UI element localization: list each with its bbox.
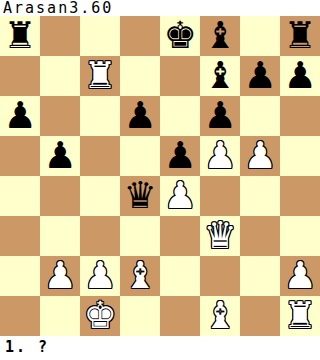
square-a2[interactable]	[0, 256, 40, 296]
square-h3[interactable]	[280, 216, 320, 256]
black-pawn-piece[interactable]: ♟	[43, 136, 76, 176]
move-prompt: 1. ?	[0, 336, 320, 360]
window-title: Arasan3.60	[0, 0, 320, 16]
white-pawn-piece[interactable]: ♟	[203, 136, 236, 176]
square-a4[interactable]	[0, 176, 40, 216]
square-f6[interactable]: ♟	[200, 96, 240, 136]
square-d3[interactable]	[120, 216, 160, 256]
square-c4[interactable]	[80, 176, 120, 216]
black-pawn-piece[interactable]: ♟	[163, 136, 196, 176]
square-h8[interactable]: ♜	[280, 16, 320, 56]
white-rook-piece[interactable]: ♜	[83, 56, 116, 96]
square-f5[interactable]: ♟	[200, 136, 240, 176]
square-a7[interactable]	[0, 56, 40, 96]
square-h4[interactable]	[280, 176, 320, 216]
square-d7[interactable]	[120, 56, 160, 96]
white-bishop-piece[interactable]: ♝	[203, 296, 236, 336]
black-pawn-piece[interactable]: ♟	[243, 56, 276, 96]
square-a8[interactable]: ♜	[0, 16, 40, 56]
square-h7[interactable]: ♟	[280, 56, 320, 96]
square-c8[interactable]	[80, 16, 120, 56]
square-c5[interactable]	[80, 136, 120, 176]
black-pawn-piece[interactable]: ♟	[283, 56, 316, 96]
square-e5[interactable]: ♟	[160, 136, 200, 176]
square-c1[interactable]: ♚	[80, 296, 120, 336]
square-g1[interactable]	[240, 296, 280, 336]
square-d2[interactable]: ♝	[120, 256, 160, 296]
square-f4[interactable]	[200, 176, 240, 216]
black-pawn-piece[interactable]: ♟	[3, 96, 36, 136]
square-f2[interactable]	[200, 256, 240, 296]
white-queen-piece[interactable]: ♛	[203, 216, 236, 256]
square-f1[interactable]: ♝	[200, 296, 240, 336]
arasan-window: Arasan3.60 ♜♚♝♜♜♝♟♟♟♟♟♟♟♟♟♛♟♛♟♟♝♟♚♝♜ 1. …	[0, 0, 320, 360]
square-f8[interactable]: ♝	[200, 16, 240, 56]
white-pawn-piece[interactable]: ♟	[163, 176, 196, 216]
square-d6[interactable]: ♟	[120, 96, 160, 136]
black-bishop-piece[interactable]: ♝	[203, 16, 236, 56]
square-d1[interactable]	[120, 296, 160, 336]
chess-board: ♜♚♝♜♜♝♟♟♟♟♟♟♟♟♟♛♟♛♟♟♝♟♚♝♜	[0, 16, 320, 336]
square-g6[interactable]	[240, 96, 280, 136]
square-e8[interactable]: ♚	[160, 16, 200, 56]
square-b5[interactable]: ♟	[40, 136, 80, 176]
square-d4[interactable]: ♛	[120, 176, 160, 216]
square-h1[interactable]: ♜	[280, 296, 320, 336]
white-pawn-piece[interactable]: ♟	[283, 256, 316, 296]
square-a6[interactable]: ♟	[0, 96, 40, 136]
square-b4[interactable]	[40, 176, 80, 216]
square-g7[interactable]: ♟	[240, 56, 280, 96]
square-c7[interactable]: ♜	[80, 56, 120, 96]
square-f7[interactable]: ♝	[200, 56, 240, 96]
black-pawn-piece[interactable]: ♟	[123, 96, 156, 136]
square-b6[interactable]	[40, 96, 80, 136]
square-g4[interactable]	[240, 176, 280, 216]
black-king-piece[interactable]: ♚	[163, 16, 196, 56]
square-c3[interactable]	[80, 216, 120, 256]
square-e4[interactable]: ♟	[160, 176, 200, 216]
square-e1[interactable]	[160, 296, 200, 336]
square-h6[interactable]	[280, 96, 320, 136]
square-c2[interactable]: ♟	[80, 256, 120, 296]
black-rook-piece[interactable]: ♜	[283, 16, 316, 56]
square-b2[interactable]: ♟	[40, 256, 80, 296]
white-pawn-piece[interactable]: ♟	[243, 136, 276, 176]
square-e3[interactable]	[160, 216, 200, 256]
white-pawn-piece[interactable]: ♟	[83, 256, 116, 296]
square-g5[interactable]: ♟	[240, 136, 280, 176]
square-g3[interactable]	[240, 216, 280, 256]
square-a5[interactable]	[0, 136, 40, 176]
black-pawn-piece[interactable]: ♟	[203, 96, 236, 136]
square-b8[interactable]	[40, 16, 80, 56]
square-h5[interactable]	[280, 136, 320, 176]
square-b3[interactable]	[40, 216, 80, 256]
white-king-piece[interactable]: ♚	[83, 296, 116, 336]
square-h2[interactable]: ♟	[280, 256, 320, 296]
white-rook-piece[interactable]: ♜	[283, 296, 316, 336]
white-bishop-piece[interactable]: ♝	[123, 256, 156, 296]
square-e6[interactable]	[160, 96, 200, 136]
square-d5[interactable]	[120, 136, 160, 176]
black-rook-piece[interactable]: ♜	[3, 16, 36, 56]
black-bishop-piece[interactable]: ♝	[203, 56, 236, 96]
square-e2[interactable]	[160, 256, 200, 296]
square-a3[interactable]	[0, 216, 40, 256]
square-e7[interactable]	[160, 56, 200, 96]
white-pawn-piece[interactable]: ♟	[43, 256, 76, 296]
square-g8[interactable]	[240, 16, 280, 56]
square-d8[interactable]	[120, 16, 160, 56]
square-a1[interactable]	[0, 296, 40, 336]
square-b1[interactable]	[40, 296, 80, 336]
black-queen-piece[interactable]: ♛	[123, 176, 156, 216]
square-f3[interactable]: ♛	[200, 216, 240, 256]
square-b7[interactable]	[40, 56, 80, 96]
square-c6[interactable]	[80, 96, 120, 136]
square-g2[interactable]	[240, 256, 280, 296]
